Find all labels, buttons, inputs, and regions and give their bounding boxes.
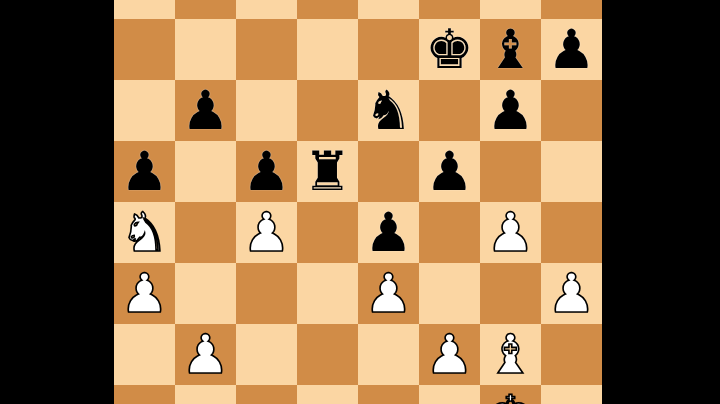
square-h1[interactable]	[541, 385, 602, 404]
white-pawn-g4[interactable]: ♟	[480, 202, 541, 263]
square-c1[interactable]	[236, 385, 297, 404]
square-b4[interactable]	[175, 202, 236, 263]
square-e7[interactable]	[358, 19, 419, 80]
square-g2[interactable]: ♝	[480, 324, 541, 385]
square-g5[interactable]	[480, 141, 541, 202]
square-g1[interactable]: ♚	[480, 385, 541, 404]
black-bishop-g7[interactable]: ♝	[480, 19, 541, 80]
square-e1[interactable]	[358, 385, 419, 404]
square-c3[interactable]	[236, 263, 297, 324]
square-b2[interactable]: ♟	[175, 324, 236, 385]
square-c7[interactable]	[236, 19, 297, 80]
square-e6[interactable]: ♞	[358, 80, 419, 141]
square-d7[interactable]	[297, 19, 358, 80]
black-pawn-b6[interactable]: ♟	[175, 80, 236, 141]
letterbox-background: ♚♝♟♟♞♟♟♟♜♟♞♟♟♟♟♟♟♟♟♝♚	[0, 0, 720, 404]
white-pawn-h3[interactable]: ♟	[541, 263, 602, 324]
square-h2[interactable]	[541, 324, 602, 385]
white-pawn-f2[interactable]: ♟	[419, 324, 480, 385]
square-f1[interactable]	[419, 385, 480, 404]
black-pawn-f5[interactable]: ♟	[419, 141, 480, 202]
square-d8[interactable]	[297, 0, 358, 19]
white-knight-a4[interactable]: ♞	[114, 202, 175, 263]
square-d5[interactable]: ♜	[297, 141, 358, 202]
white-bishop-g2[interactable]: ♝	[480, 324, 541, 385]
square-e2[interactable]	[358, 324, 419, 385]
square-b7[interactable]	[175, 19, 236, 80]
square-a7[interactable]	[114, 19, 175, 80]
square-g7[interactable]: ♝	[480, 19, 541, 80]
white-pawn-e3[interactable]: ♟	[358, 263, 419, 324]
chess-board: ♚♝♟♟♞♟♟♟♜♟♞♟♟♟♟♟♟♟♟♝♚	[114, 0, 602, 404]
square-e5[interactable]	[358, 141, 419, 202]
square-f4[interactable]	[419, 202, 480, 263]
square-a8[interactable]	[114, 0, 175, 19]
square-h7[interactable]: ♟	[541, 19, 602, 80]
square-a2[interactable]	[114, 324, 175, 385]
square-f7[interactable]: ♚	[419, 19, 480, 80]
square-c5[interactable]: ♟	[236, 141, 297, 202]
white-king-g1[interactable]: ♚	[480, 385, 541, 404]
square-f8[interactable]	[419, 0, 480, 19]
square-b1[interactable]	[175, 385, 236, 404]
black-pawn-c5[interactable]: ♟	[236, 141, 297, 202]
square-e4[interactable]: ♟	[358, 202, 419, 263]
square-b6[interactable]: ♟	[175, 80, 236, 141]
square-f3[interactable]	[419, 263, 480, 324]
square-c8[interactable]	[236, 0, 297, 19]
square-b5[interactable]	[175, 141, 236, 202]
square-h5[interactable]	[541, 141, 602, 202]
black-knight-e6[interactable]: ♞	[358, 80, 419, 141]
square-f5[interactable]: ♟	[419, 141, 480, 202]
square-d3[interactable]	[297, 263, 358, 324]
square-g6[interactable]: ♟	[480, 80, 541, 141]
square-f2[interactable]: ♟	[419, 324, 480, 385]
square-h6[interactable]	[541, 80, 602, 141]
square-c2[interactable]	[236, 324, 297, 385]
square-a4[interactable]: ♞	[114, 202, 175, 263]
white-pawn-c4[interactable]: ♟	[236, 202, 297, 263]
black-rook-d5[interactable]: ♜	[297, 141, 358, 202]
square-g4[interactable]: ♟	[480, 202, 541, 263]
square-b8[interactable]	[175, 0, 236, 19]
square-c6[interactable]	[236, 80, 297, 141]
square-a3[interactable]: ♟	[114, 263, 175, 324]
square-g8[interactable]	[480, 0, 541, 19]
black-king-f7[interactable]: ♚	[419, 19, 480, 80]
square-a1[interactable]	[114, 385, 175, 404]
square-e3[interactable]: ♟	[358, 263, 419, 324]
black-pawn-e4[interactable]: ♟	[358, 202, 419, 263]
square-d1[interactable]	[297, 385, 358, 404]
square-h3[interactable]: ♟	[541, 263, 602, 324]
square-d2[interactable]	[297, 324, 358, 385]
square-d6[interactable]	[297, 80, 358, 141]
black-pawn-g6[interactable]: ♟	[480, 80, 541, 141]
square-h4[interactable]	[541, 202, 602, 263]
black-pawn-h7[interactable]: ♟	[541, 19, 602, 80]
square-f6[interactable]	[419, 80, 480, 141]
white-pawn-a3[interactable]: ♟	[114, 263, 175, 324]
square-b3[interactable]	[175, 263, 236, 324]
square-a5[interactable]: ♟	[114, 141, 175, 202]
square-d4[interactable]	[297, 202, 358, 263]
square-e8[interactable]	[358, 0, 419, 19]
square-a6[interactable]	[114, 80, 175, 141]
square-c4[interactable]: ♟	[236, 202, 297, 263]
square-h8[interactable]	[541, 0, 602, 19]
black-pawn-a5[interactable]: ♟	[114, 141, 175, 202]
white-pawn-b2[interactable]: ♟	[175, 324, 236, 385]
square-g3[interactable]	[480, 263, 541, 324]
